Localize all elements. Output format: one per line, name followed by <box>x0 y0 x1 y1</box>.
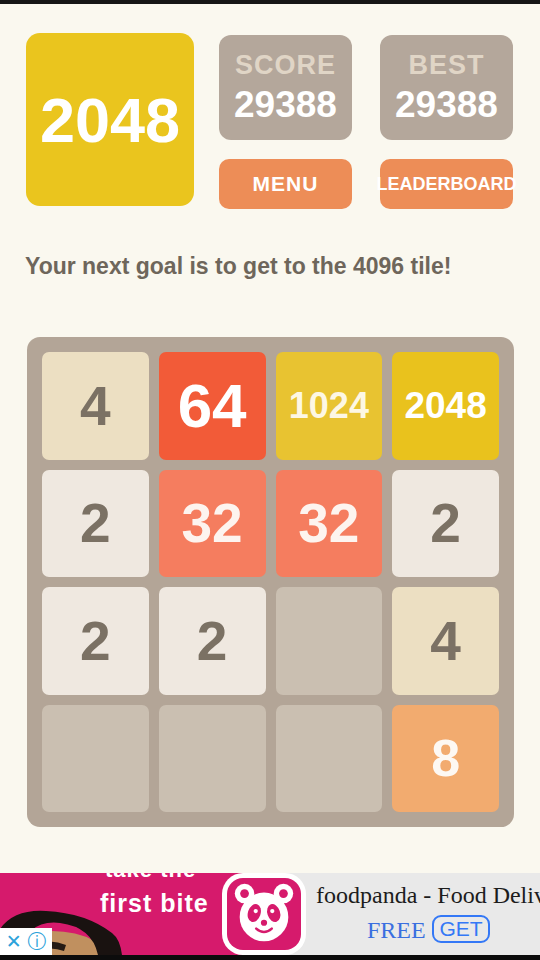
ad-install-panel: foodpanda - Food Deliv… FREE GET <box>268 873 540 955</box>
tile-r0c0: 4 <box>42 352 149 460</box>
tile-r2c2 <box>276 587 383 695</box>
ad-line1: take the <box>105 873 196 883</box>
best-label: BEST <box>380 50 513 81</box>
ad-price-label: FREE <box>367 917 426 944</box>
status-bar <box>0 0 540 4</box>
tile-r3c2 <box>276 705 383 813</box>
menu-button[interactable]: MENU <box>219 159 352 209</box>
ad-app-title[interactable]: foodpanda - Food Deliv… <box>316 882 540 909</box>
leaderboard-button[interactable]: LEADERBOARD <box>380 159 513 209</box>
score-value: 29388 <box>219 84 352 126</box>
panda-icon <box>227 878 301 950</box>
tile-r3c1 <box>159 705 266 813</box>
tile-r0c2: 1024 <box>276 352 383 460</box>
foodpanda-logo-background <box>227 878 301 950</box>
bottom-device-bar <box>0 955 540 960</box>
tile-r1c2: 32 <box>276 470 383 578</box>
tile-r1c1: 32 <box>159 470 266 578</box>
tile-r0c3: 2048 <box>392 352 499 460</box>
tile-r3c0 <box>42 705 149 813</box>
app-screen: 2048 SCORE 29388 BEST 29388 MENU LEADERB… <box>0 0 540 960</box>
logo-2048-tile: 2048 <box>26 33 194 206</box>
tile-r1c3: 2 <box>392 470 499 578</box>
tile-r2c3: 4 <box>392 587 499 695</box>
ad-banner[interactable]: take the first bite ✕ ⓘ foodpanda - Food… <box>0 873 540 955</box>
ad-info-icon[interactable]: ⓘ <box>27 932 46 951</box>
ad-get-button[interactable]: GET <box>432 915 490 943</box>
tile-r1c0: 2 <box>42 470 149 578</box>
ad-controls: ✕ ⓘ <box>0 928 52 955</box>
score-box: SCORE 29388 <box>219 35 352 140</box>
score-label: SCORE <box>219 50 352 81</box>
best-box: BEST 29388 <box>380 35 513 140</box>
ad-close-icon[interactable]: ✕ <box>6 932 22 951</box>
foodpanda-logo[interactable] <box>222 873 306 955</box>
tile-r2c1: 2 <box>159 587 266 695</box>
tile-r0c1: 64 <box>159 352 266 460</box>
best-value: 29388 <box>380 84 513 126</box>
tile-r2c0: 2 <box>42 587 149 695</box>
game-board[interactable]: 4 64 1024 2048 2 32 32 2 2 2 4 8 <box>27 337 514 827</box>
goal-text: Your next goal is to get to the 4096 til… <box>25 253 525 280</box>
tile-r3c3: 8 <box>392 705 499 813</box>
